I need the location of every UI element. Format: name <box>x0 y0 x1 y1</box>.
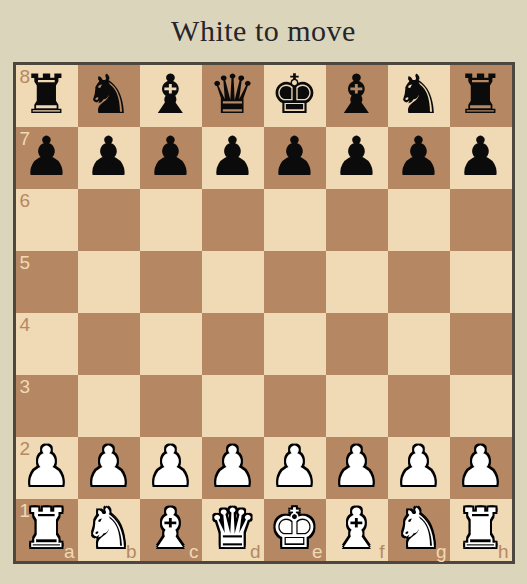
square-d8[interactable]: ♛ <box>202 65 264 127</box>
black-pawn-piece[interactable]: ♟ <box>146 126 194 188</box>
white-bishop-piece[interactable]: ♝ <box>146 498 194 560</box>
square-h7[interactable]: ♟ <box>450 127 512 189</box>
square-d1[interactable]: d♛ <box>202 499 264 561</box>
square-g7[interactable]: ♟ <box>388 127 450 189</box>
square-f7[interactable]: ♟ <box>326 127 388 189</box>
square-f3[interactable] <box>326 375 388 437</box>
square-a8[interactable]: 8♜ <box>16 65 78 127</box>
file-label-c: c <box>189 542 199 562</box>
black-knight-piece[interactable]: ♞ <box>394 64 442 126</box>
square-h2[interactable]: ♟ <box>450 437 512 499</box>
black-pawn-piece[interactable]: ♟ <box>332 126 380 188</box>
square-a7[interactable]: 7♟ <box>16 127 78 189</box>
white-pawn-piece[interactable]: ♟ <box>208 436 256 498</box>
square-d6[interactable] <box>202 189 264 251</box>
square-e2[interactable]: ♟ <box>264 437 326 499</box>
square-c5[interactable] <box>140 251 202 313</box>
square-e3[interactable] <box>264 375 326 437</box>
white-pawn-piece[interactable]: ♟ <box>270 436 318 498</box>
square-a4[interactable]: 4 <box>16 313 78 375</box>
square-e4[interactable] <box>264 313 326 375</box>
square-h8[interactable]: ♜ <box>450 65 512 127</box>
square-h1[interactable]: h♜ <box>450 499 512 561</box>
square-g4[interactable] <box>388 313 450 375</box>
black-queen-piece[interactable]: ♛ <box>208 64 256 126</box>
white-bishop-piece[interactable]: ♝ <box>332 498 380 560</box>
square-f1[interactable]: f♝ <box>326 499 388 561</box>
black-king-piece[interactable]: ♚ <box>270 64 318 126</box>
square-d7[interactable]: ♟ <box>202 127 264 189</box>
square-c3[interactable] <box>140 375 202 437</box>
square-d2[interactable]: ♟ <box>202 437 264 499</box>
black-pawn-piece[interactable]: ♟ <box>270 126 318 188</box>
file-label-g: g <box>436 542 447 562</box>
square-e8[interactable]: ♚ <box>264 65 326 127</box>
square-g1[interactable]: g♞ <box>388 499 450 561</box>
rank-label-7: 7 <box>20 129 31 149</box>
square-d5[interactable] <box>202 251 264 313</box>
rank-label-6: 6 <box>20 191 31 211</box>
square-e6[interactable] <box>264 189 326 251</box>
file-label-d: d <box>250 542 261 562</box>
square-f4[interactable] <box>326 313 388 375</box>
black-bishop-piece[interactable]: ♝ <box>332 64 380 126</box>
square-b3[interactable] <box>78 375 140 437</box>
square-e5[interactable] <box>264 251 326 313</box>
square-g6[interactable] <box>388 189 450 251</box>
square-g3[interactable] <box>388 375 450 437</box>
square-f6[interactable] <box>326 189 388 251</box>
square-f5[interactable] <box>326 251 388 313</box>
black-rook-piece[interactable]: ♜ <box>456 64 504 126</box>
square-a5[interactable]: 5 <box>16 251 78 313</box>
rank-label-2: 2 <box>20 439 31 459</box>
square-a6[interactable]: 6 <box>16 189 78 251</box>
chess-board: 8♜♞♝♛♚♝♞♜7♟♟♟♟♟♟♟♟65432♟♟♟♟♟♟♟♟1a♜b♞c♝d♛… <box>13 62 515 564</box>
white-pawn-piece[interactable]: ♟ <box>456 436 504 498</box>
rank-label-8: 8 <box>20 67 31 87</box>
square-d3[interactable] <box>202 375 264 437</box>
rank-label-4: 4 <box>20 315 31 335</box>
square-b4[interactable] <box>78 313 140 375</box>
file-label-h: h <box>498 542 509 562</box>
white-pawn-piece[interactable]: ♟ <box>146 436 194 498</box>
square-f8[interactable]: ♝ <box>326 65 388 127</box>
file-label-f: f <box>379 542 384 562</box>
square-c8[interactable]: ♝ <box>140 65 202 127</box>
square-a3[interactable]: 3 <box>16 375 78 437</box>
black-knight-piece[interactable]: ♞ <box>84 64 132 126</box>
page-title: White to move <box>0 0 527 62</box>
black-pawn-piece[interactable]: ♟ <box>208 126 256 188</box>
square-e1[interactable]: e♚ <box>264 499 326 561</box>
square-e7[interactable]: ♟ <box>264 127 326 189</box>
file-label-e: e <box>312 542 323 562</box>
square-a1[interactable]: 1a♜ <box>16 499 78 561</box>
file-label-a: a <box>64 542 75 562</box>
rank-label-5: 5 <box>20 253 31 273</box>
square-c4[interactable] <box>140 313 202 375</box>
black-bishop-piece[interactable]: ♝ <box>146 64 194 126</box>
square-h5[interactable] <box>450 251 512 313</box>
white-pawn-piece[interactable]: ♟ <box>394 436 442 498</box>
rank-label-1: 1 <box>20 501 31 521</box>
black-pawn-piece[interactable]: ♟ <box>456 126 504 188</box>
square-b1[interactable]: b♞ <box>78 499 140 561</box>
square-c2[interactable]: ♟ <box>140 437 202 499</box>
square-h6[interactable] <box>450 189 512 251</box>
square-h3[interactable] <box>450 375 512 437</box>
square-b7[interactable]: ♟ <box>78 127 140 189</box>
black-pawn-piece[interactable]: ♟ <box>394 126 442 188</box>
file-label-b: b <box>126 542 137 562</box>
square-g2[interactable]: ♟ <box>388 437 450 499</box>
square-c1[interactable]: c♝ <box>140 499 202 561</box>
square-b8[interactable]: ♞ <box>78 65 140 127</box>
square-f2[interactable]: ♟ <box>326 437 388 499</box>
square-c7[interactable]: ♟ <box>140 127 202 189</box>
white-pawn-piece[interactable]: ♟ <box>84 436 132 498</box>
square-h4[interactable] <box>450 313 512 375</box>
rank-label-3: 3 <box>20 377 31 397</box>
square-b2[interactable]: ♟ <box>78 437 140 499</box>
square-b6[interactable] <box>78 189 140 251</box>
square-g5[interactable] <box>388 251 450 313</box>
square-d4[interactable] <box>202 313 264 375</box>
square-a2[interactable]: 2♟ <box>16 437 78 499</box>
white-pawn-piece[interactable]: ♟ <box>332 436 380 498</box>
square-c6[interactable] <box>140 189 202 251</box>
square-b5[interactable] <box>78 251 140 313</box>
square-g8[interactable]: ♞ <box>388 65 450 127</box>
black-pawn-piece[interactable]: ♟ <box>84 126 132 188</box>
